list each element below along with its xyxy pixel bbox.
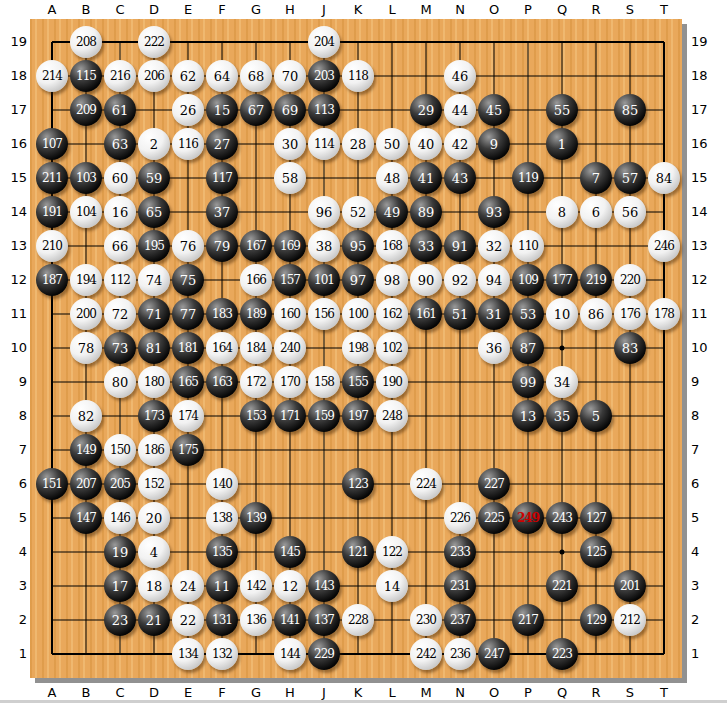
move-number: 195 [144,239,164,253]
stone-black-151-A6[interactable]: 151 [36,468,68,500]
move-number: 183 [212,307,232,321]
stone-white-64-F18[interactable]: 64 [206,60,238,92]
stone-white-216-C18[interactable]: 216 [104,60,136,92]
stone-black-155-K9[interactable]: 155 [342,366,374,398]
col-label-bottom-T: T [653,686,675,700]
stone-black-41-M15[interactable]: 41 [410,162,442,194]
stone-black-165-E9[interactable]: 165 [172,366,204,398]
stone-black-1-Q16[interactable]: 1 [546,128,578,160]
move-number: 161 [416,307,436,321]
stone-black-231-N3[interactable]: 231 [444,570,476,602]
stone-black-57-S15[interactable]: 57 [614,162,646,194]
stone-black-183-F11[interactable]: 183 [206,298,238,330]
stone-white-210-A13[interactable]: 210 [36,230,68,262]
move-number: 167 [246,239,266,253]
stone-black-99-P9[interactable]: 99 [512,366,544,398]
stone-black-181-E10[interactable]: 181 [172,332,204,364]
stone-black-67-G17[interactable]: 67 [240,94,272,126]
stone-black-237-N2[interactable]: 237 [444,604,476,636]
move-number: 109 [518,273,538,287]
stone-black-91-N13[interactable]: 91 [444,230,476,262]
stone-black-207-B6[interactable]: 207 [70,468,102,500]
stone-white-110-P13[interactable]: 110 [512,230,544,262]
stone-white-158-J9[interactable]: 158 [308,366,340,398]
stone-white-10-Q11[interactable]: 10 [546,298,578,330]
stone-white-6-R14[interactable]: 6 [580,196,612,228]
stone-black-175-E7[interactable]: 175 [172,434,204,466]
stone-black-209-B17[interactable]: 209 [70,94,102,126]
stone-white-206-D18[interactable]: 206 [138,60,170,92]
move-number: 219 [586,273,606,287]
stone-black-191-A14[interactable]: 191 [36,196,68,228]
move-number: 24 [180,579,197,594]
stone-black-9-O16[interactable]: 9 [478,128,510,160]
stone-white-144-H1[interactable]: 144 [274,638,306,670]
col-label-bottom-P: P [517,686,539,700]
stone-white-18-D3[interactable]: 18 [138,570,170,602]
row-label-right-4: 4 [691,545,717,559]
stone-black-21-D2[interactable]: 21 [138,604,170,636]
stone-black-69-H17[interactable]: 69 [274,94,306,126]
stone-white-72-C11[interactable]: 72 [104,298,136,330]
stone-black-227-O6[interactable]: 227 [478,468,510,500]
stone-black-85-S17[interactable]: 85 [614,94,646,126]
stone-black-223-Q1[interactable]: 223 [546,638,578,670]
stone-black-89-M14[interactable]: 89 [410,196,442,228]
stone-black-23-C2[interactable]: 23 [104,604,136,636]
move-number: 51 [452,307,469,322]
stone-black-107-A16[interactable]: 107 [36,128,68,160]
stone-white-172-G9[interactable]: 172 [240,366,272,398]
row-label-right-14: 14 [691,205,717,219]
row-label-right-1: 1 [691,647,717,661]
stone-black-71-D11[interactable]: 71 [138,298,170,330]
stone-white-208-B19[interactable]: 208 [70,26,102,58]
stone-black-195-D13[interactable]: 195 [138,230,170,262]
move-number: 18 [146,579,163,594]
stone-black-243-Q5[interactable]: 243 [546,502,578,534]
col-label-bottom-O: O [483,686,505,700]
stone-white-194-B12[interactable]: 194 [70,264,102,296]
row-label-left-4: 4 [1,545,27,559]
move-number: 107 [42,137,62,151]
stone-black-177-Q12[interactable]: 177 [546,264,578,296]
stone-white-112-C12[interactable]: 112 [104,264,136,296]
stone-white-176-S11[interactable]: 176 [614,298,646,330]
move-number: 204 [314,35,334,49]
stone-white-78-B10[interactable]: 78 [70,332,102,364]
stone-white-4-D4[interactable]: 4 [138,536,170,568]
stone-black-13-P8[interactable]: 13 [512,400,544,432]
stone-black-211-A15[interactable]: 211 [36,162,68,194]
row-label-left-10: 10 [1,341,27,355]
stone-white-100-K11[interactable]: 100 [342,298,374,330]
col-label-bottom-C: C [109,686,131,700]
stone-black-17-C3[interactable]: 17 [104,570,136,602]
stone-white-96-J14[interactable]: 96 [308,196,340,228]
stone-white-240-H10[interactable]: 240 [274,332,306,364]
stone-black-135-F4[interactable]: 135 [206,536,238,568]
stone-black-63-C16[interactable]: 63 [104,128,136,160]
stone-white-160-H11[interactable]: 160 [274,298,306,330]
stone-black-129-R2[interactable]: 129 [580,604,612,636]
stone-black-115-B18[interactable]: 115 [70,60,102,92]
stone-black-163-F9[interactable]: 163 [206,366,238,398]
move-number: 184 [246,341,266,355]
stone-white-180-D9[interactable]: 180 [138,366,170,398]
row-label-right-5: 5 [691,511,717,525]
stone-white-104-B14[interactable]: 104 [70,196,102,228]
stone-black-229-J1[interactable]: 229 [308,638,340,670]
stone-white-98-L12[interactable]: 98 [376,264,408,296]
stone-white-116-E16[interactable]: 116 [172,128,204,160]
stone-white-16-C14[interactable]: 16 [104,196,136,228]
stone-white-90-M12[interactable]: 90 [410,264,442,296]
stone-white-86-R11[interactable]: 86 [580,298,612,330]
stone-white-52-K14[interactable]: 52 [342,196,374,228]
stone-white-30-H16[interactable]: 30 [274,128,306,160]
stone-black-75-E12[interactable]: 75 [172,264,204,296]
stone-white-220-S12[interactable]: 220 [614,264,646,296]
move-number: 146 [110,511,130,525]
move-number: 90 [418,273,435,288]
stone-black-81-D10[interactable]: 81 [138,332,170,364]
row-label-left-6: 6 [1,477,27,491]
col-label-top-E: E [177,3,199,17]
stone-black-205-C6[interactable]: 205 [104,468,136,500]
stone-black-225-O5[interactable]: 225 [478,502,510,534]
move-number: 233 [450,545,470,559]
stone-white-14-L3[interactable]: 14 [376,570,408,602]
move-number: 42 [452,137,469,152]
stone-white-50-L16[interactable]: 50 [376,128,408,160]
move-number: 100 [348,307,368,321]
stone-black-157-H12[interactable]: 157 [274,264,306,296]
stone-white-26-E17[interactable]: 26 [172,94,204,126]
stone-white-242-M1[interactable]: 242 [410,638,442,670]
stone-black-7-R15[interactable]: 7 [580,162,612,194]
stone-white-236-N1[interactable]: 236 [444,638,476,670]
stone-white-46-N18[interactable]: 46 [444,60,476,92]
stone-black-201-S3[interactable]: 201 [614,570,646,602]
move-number: 96 [316,205,333,220]
stone-white-38-J13[interactable]: 38 [308,230,340,262]
stone-black-167-G13[interactable]: 167 [240,230,272,262]
move-number: 118 [348,69,368,83]
stone-black-171-H8[interactable]: 171 [274,400,306,432]
col-label-top-G: G [245,3,267,17]
stone-white-200-B11[interactable]: 200 [70,298,102,330]
stone-white-48-L15[interactable]: 48 [376,162,408,194]
move-number: 94 [486,273,503,288]
stone-black-137-J2[interactable]: 137 [308,604,340,636]
col-label-top-J: J [313,3,335,17]
move-number: 170 [280,375,300,389]
stone-white-94-O12[interactable]: 94 [478,264,510,296]
stone-white-42-N16[interactable]: 42 [444,128,476,160]
row-label-right-9: 9 [691,375,717,389]
stone-white-20-D5[interactable]: 20 [138,502,170,534]
move-number: 66 [112,239,129,254]
stone-white-12-H3[interactable]: 12 [274,570,306,602]
move-number: 178 [654,307,674,321]
stone-black-95-K13[interactable]: 95 [342,230,374,262]
move-number: 209 [76,103,96,117]
move-number: 203 [314,69,334,83]
stone-black-53-P11[interactable]: 53 [512,298,544,330]
stone-white-224-M6[interactable]: 224 [410,468,442,500]
stone-white-66-C13[interactable]: 66 [104,230,136,262]
stone-black-55-Q17[interactable]: 55 [546,94,578,126]
stone-black-79-F13[interactable]: 79 [206,230,238,262]
stone-white-174-E8[interactable]: 174 [172,400,204,432]
move-number: 48 [384,171,401,186]
col-label-bottom-S: S [619,686,641,700]
stone-white-92-N12[interactable]: 92 [444,264,476,296]
stone-black-5-R8[interactable]: 5 [580,400,612,432]
stone-white-198-K10[interactable]: 198 [342,332,374,364]
stone-white-44-N17[interactable]: 44 [444,94,476,126]
stone-white-222-D19[interactable]: 222 [138,26,170,58]
stone-black-153-G8[interactable]: 153 [240,400,272,432]
row-label-right-10: 10 [691,341,717,355]
move-number: 187 [42,273,62,287]
move-number: 77 [180,307,197,322]
row-label-left-12: 12 [1,273,27,287]
stone-white-142-G3[interactable]: 142 [240,570,272,602]
stone-black-37-F14[interactable]: 37 [206,196,238,228]
stone-black-217-P2[interactable]: 217 [512,604,544,636]
move-number: 191 [42,205,62,219]
stone-black-141-H2[interactable]: 141 [274,604,306,636]
move-number: 221 [552,579,572,593]
stone-black-189-G11[interactable]: 189 [240,298,272,330]
stone-black-109-P12[interactable]: 109 [512,264,544,296]
move-number: 249 [517,511,539,525]
stone-white-76-E13[interactable]: 76 [172,230,204,262]
stone-black-249-P5[interactable]: 249 [512,502,544,534]
move-number: 26 [180,103,197,118]
stone-black-233-N4[interactable]: 233 [444,536,476,568]
move-number: 136 [246,613,266,627]
stone-white-102-L10[interactable]: 102 [376,332,408,364]
stone-white-152-D6[interactable]: 152 [138,468,170,500]
stone-black-131-F2[interactable]: 131 [206,604,238,636]
stone-white-70-H18[interactable]: 70 [274,60,306,92]
stone-white-68-G18[interactable]: 68 [240,60,272,92]
stone-black-119-P15[interactable]: 119 [512,162,544,194]
stone-black-127-R5[interactable]: 127 [580,502,612,534]
row-label-right-17: 17 [691,103,717,117]
stone-white-184-G10[interactable]: 184 [240,332,272,364]
stone-black-103-B15[interactable]: 103 [70,162,102,194]
move-number: 31 [486,307,503,322]
stone-black-125-R4[interactable]: 125 [580,536,612,568]
stone-black-145-H4[interactable]: 145 [274,536,306,568]
stone-white-138-F5[interactable]: 138 [206,502,238,534]
stone-white-162-L11[interactable]: 162 [376,298,408,330]
stone-black-19-C4[interactable]: 19 [104,536,136,568]
stone-black-93-O14[interactable]: 93 [478,196,510,228]
stone-white-122-L4[interactable]: 122 [376,536,408,568]
stone-white-32-O13[interactable]: 32 [478,230,510,262]
stone-white-186-D7[interactable]: 186 [138,434,170,466]
stone-white-166-G12[interactable]: 166 [240,264,272,296]
stone-black-247-O1[interactable]: 247 [478,638,510,670]
stone-white-132-F1[interactable]: 132 [206,638,238,670]
stone-white-62-E18[interactable]: 62 [172,60,204,92]
stone-white-2-D16[interactable]: 2 [138,128,170,160]
stone-black-123-K6[interactable]: 123 [342,468,374,500]
row-label-right-6: 6 [691,477,717,491]
stone-white-178-T11[interactable]: 178 [648,298,680,330]
stone-black-87-P10[interactable]: 87 [512,332,544,364]
stone-white-170-H9[interactable]: 170 [274,366,306,398]
stone-black-65-D14[interactable]: 65 [138,196,170,228]
stone-black-101-J12[interactable]: 101 [308,264,340,296]
stone-black-159-J8[interactable]: 159 [308,400,340,432]
move-number: 145 [280,545,300,559]
row-label-left-14: 14 [1,205,27,219]
col-label-bottom-A: A [41,686,63,700]
row-label-left-18: 18 [1,69,27,83]
stone-black-61-C17[interactable]: 61 [104,94,136,126]
stone-black-29-M17[interactable]: 29 [410,94,442,126]
stone-black-15-F17[interactable]: 15 [206,94,238,126]
stone-white-190-L9[interactable]: 190 [376,366,408,398]
stone-white-74-D12[interactable]: 74 [138,264,170,296]
stone-black-33-M13[interactable]: 33 [410,230,442,262]
stone-black-147-B5[interactable]: 147 [70,502,102,534]
move-number: 83 [622,341,639,356]
move-number: 116 [178,137,198,151]
stone-black-43-N15[interactable]: 43 [444,162,476,194]
col-label-bottom-Q: Q [551,686,573,700]
stone-black-197-K8[interactable]: 197 [342,400,374,432]
move-number: 99 [520,375,537,390]
move-number: 35 [554,409,571,424]
stone-white-24-E3[interactable]: 24 [172,570,204,602]
move-number: 155 [348,375,368,389]
stone-white-82-B8[interactable]: 82 [70,400,102,432]
stone-black-139-G5[interactable]: 139 [240,502,272,534]
stone-black-83-S10[interactable]: 83 [614,332,646,364]
move-number: 230 [416,613,436,627]
stone-white-204-J19[interactable]: 204 [308,26,340,58]
stone-white-164-F10[interactable]: 164 [206,332,238,364]
move-number: 162 [382,307,402,321]
stone-white-118-K18[interactable]: 118 [342,60,374,92]
row-label-left-5: 5 [1,511,27,525]
stone-white-226-N5[interactable]: 226 [444,502,476,534]
stone-black-31-O11[interactable]: 31 [478,298,510,330]
stone-white-56-S14[interactable]: 56 [614,196,646,228]
stone-white-228-K2[interactable]: 228 [342,604,374,636]
stone-white-134-E1[interactable]: 134 [172,638,204,670]
stone-black-51-N11[interactable]: 51 [444,298,476,330]
stone-white-212-S2[interactable]: 212 [614,604,646,636]
row-label-left-19: 19 [1,35,27,49]
stone-black-27-F16[interactable]: 27 [206,128,238,160]
stone-black-113-J17[interactable]: 113 [308,94,340,126]
stone-white-150-C7[interactable]: 150 [104,434,136,466]
stone-white-246-T13[interactable]: 246 [648,230,680,262]
stone-black-73-C10[interactable]: 73 [104,332,136,364]
move-number: 87 [520,341,537,356]
go-board[interactable]: 2082222042141152162066264687020311846209… [30,19,682,678]
col-label-bottom-L: L [381,686,403,700]
stone-white-80-C9[interactable]: 80 [104,366,136,398]
stone-white-60-C15[interactable]: 60 [104,162,136,194]
stone-white-136-G2[interactable]: 136 [240,604,272,636]
stone-white-22-E2[interactable]: 22 [172,604,204,636]
stone-white-8-Q14[interactable]: 8 [546,196,578,228]
stone-black-121-K4[interactable]: 121 [342,536,374,568]
stone-black-169-H13[interactable]: 169 [274,230,306,262]
move-number: 1 [558,137,566,152]
move-number: 125 [586,545,606,559]
stone-white-140-F6[interactable]: 140 [206,468,238,500]
stone-black-59-D15[interactable]: 59 [138,162,170,194]
stone-white-28-K16[interactable]: 28 [342,128,374,160]
stone-white-230-M2[interactable]: 230 [410,604,442,636]
move-number: 22 [180,613,197,628]
stone-white-84-T15[interactable]: 84 [648,162,680,194]
row-label-left-11: 11 [1,307,27,321]
move-number: 194 [76,273,96,287]
stone-black-161-M11[interactable]: 161 [410,298,442,330]
stone-white-34-Q9[interactable]: 34 [546,366,578,398]
col-label-bottom-B: B [75,686,97,700]
stone-white-146-C5[interactable]: 146 [104,502,136,534]
stone-black-49-L14[interactable]: 49 [376,196,408,228]
stone-black-45-O17[interactable]: 45 [478,94,510,126]
move-number: 121 [348,545,368,559]
stone-white-58-H15[interactable]: 58 [274,162,306,194]
col-label-top-D: D [143,3,165,17]
row-label-left-17: 17 [1,103,27,117]
stone-black-11-F3[interactable]: 11 [206,570,238,602]
move-number: 122 [382,545,402,559]
stone-black-187-A12[interactable]: 187 [36,264,68,296]
move-number: 29 [418,103,435,118]
stone-white-156-J11[interactable]: 156 [308,298,340,330]
move-number: 216 [110,69,130,83]
stone-black-143-J3[interactable]: 143 [308,570,340,602]
stone-white-40-M16[interactable]: 40 [410,128,442,160]
stone-black-173-D8[interactable]: 173 [138,400,170,432]
move-number: 175 [178,443,198,457]
stone-black-149-B7[interactable]: 149 [70,434,102,466]
stone-black-35-Q8[interactable]: 35 [546,400,578,432]
stone-black-77-E11[interactable]: 77 [172,298,204,330]
stone-white-214-A18[interactable]: 214 [36,60,68,92]
stone-black-203-J18[interactable]: 203 [308,60,340,92]
stone-black-219-R12[interactable]: 219 [580,264,612,296]
stone-black-97-K12[interactable]: 97 [342,264,374,296]
stone-white-248-L8[interactable]: 248 [376,400,408,432]
stone-white-36-O10[interactable]: 36 [478,332,510,364]
move-number: 113 [314,103,334,117]
stone-white-114-J16[interactable]: 114 [308,128,340,160]
stone-black-221-Q3[interactable]: 221 [546,570,578,602]
stone-white-168-L13[interactable]: 168 [376,230,408,262]
move-number: 160 [280,307,300,321]
move-number: 189 [246,307,266,321]
col-label-bottom-J: J [313,686,335,700]
stone-black-117-F15[interactable]: 117 [206,162,238,194]
move-number: 78 [78,341,95,356]
